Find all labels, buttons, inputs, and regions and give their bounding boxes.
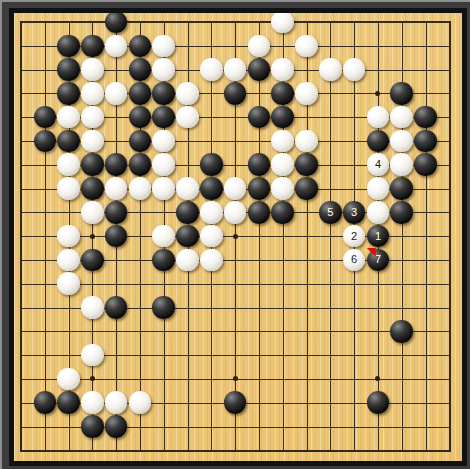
intersection-13-9[interactable] — [295, 200, 319, 224]
intersection-5-10[interactable] — [104, 224, 128, 248]
intersection-12-11[interactable] — [271, 248, 295, 272]
intersection-7-2[interactable] — [152, 34, 176, 58]
intersection-15-1[interactable] — [342, 13, 366, 34]
intersection-19-13[interactable] — [437, 296, 461, 320]
intersection-14-16[interactable] — [318, 367, 342, 391]
intersection-1-17[interactable] — [14, 391, 33, 415]
intersection-18-7[interactable] — [414, 153, 438, 177]
intersection-17-4[interactable] — [390, 82, 414, 106]
intersection-8-11[interactable] — [176, 248, 200, 272]
intersection-15-3[interactable] — [342, 58, 366, 82]
intersection-18-10[interactable] — [414, 224, 438, 248]
intersection-2-1[interactable] — [33, 13, 57, 34]
intersection-13-18[interactable] — [295, 415, 319, 439]
intersection-3-3[interactable] — [57, 58, 81, 82]
intersection-8-6[interactable] — [176, 129, 200, 153]
intersection-19-2[interactable] — [437, 34, 461, 58]
intersection-6-18[interactable] — [128, 415, 152, 439]
intersection-9-3[interactable] — [199, 58, 223, 82]
intersection-9-12[interactable] — [199, 272, 223, 296]
intersection-18-6[interactable] — [414, 129, 438, 153]
intersection-9-8[interactable] — [199, 177, 223, 201]
intersection-4-4[interactable] — [81, 82, 105, 106]
intersection-3-7[interactable] — [57, 153, 81, 177]
intersection-9-19[interactable] — [199, 438, 223, 461]
intersection-15-6[interactable] — [342, 129, 366, 153]
intersection-4-5[interactable] — [81, 105, 105, 129]
intersection-18-5[interactable] — [414, 105, 438, 129]
intersection-16-14[interactable] — [366, 319, 390, 343]
intersection-19-7[interactable] — [437, 153, 461, 177]
intersection-5-6[interactable] — [104, 129, 128, 153]
intersection-11-2[interactable] — [247, 34, 271, 58]
intersection-3-1[interactable] — [57, 13, 81, 34]
intersection-17-9[interactable] — [390, 200, 414, 224]
intersection-2-17[interactable] — [33, 391, 57, 415]
intersection-12-18[interactable] — [271, 415, 295, 439]
intersection-12-19[interactable] — [271, 438, 295, 461]
intersection-6-7[interactable] — [128, 153, 152, 177]
intersection-2-4[interactable] — [33, 82, 57, 106]
intersection-3-15[interactable] — [57, 343, 81, 367]
intersection-14-14[interactable] — [318, 319, 342, 343]
intersection-2-10[interactable] — [33, 224, 57, 248]
intersection-2-8[interactable] — [33, 177, 57, 201]
intersection-13-12[interactable] — [295, 272, 319, 296]
intersection-15-10[interactable]: 2 — [342, 224, 366, 248]
intersection-8-1[interactable] — [176, 13, 200, 34]
intersection-14-10[interactable] — [318, 224, 342, 248]
intersection-15-9[interactable]: 3 — [342, 200, 366, 224]
intersection-17-6[interactable] — [390, 129, 414, 153]
intersection-14-15[interactable] — [318, 343, 342, 367]
intersection-10-13[interactable] — [223, 296, 247, 320]
intersection-15-12[interactable] — [342, 272, 366, 296]
intersection-19-1[interactable] — [437, 13, 461, 34]
intersection-13-11[interactable] — [295, 248, 319, 272]
intersection-10-5[interactable] — [223, 105, 247, 129]
intersection-1-5[interactable] — [14, 105, 33, 129]
intersection-6-15[interactable] — [128, 343, 152, 367]
intersection-13-13[interactable] — [295, 296, 319, 320]
intersection-8-3[interactable] — [176, 58, 200, 82]
intersection-3-13[interactable] — [57, 296, 81, 320]
intersection-12-5[interactable] — [271, 105, 295, 129]
intersection-12-4[interactable] — [271, 82, 295, 106]
intersection-7-10[interactable] — [152, 224, 176, 248]
intersection-16-12[interactable] — [366, 272, 390, 296]
intersection-13-3[interactable] — [295, 58, 319, 82]
intersection-17-12[interactable] — [390, 272, 414, 296]
intersection-4-7[interactable] — [81, 153, 105, 177]
intersection-8-5[interactable] — [176, 105, 200, 129]
intersection-8-18[interactable] — [176, 415, 200, 439]
intersection-10-2[interactable] — [223, 34, 247, 58]
intersection-13-4[interactable] — [295, 82, 319, 106]
intersection-10-14[interactable] — [223, 319, 247, 343]
intersection-10-11[interactable] — [223, 248, 247, 272]
intersection-7-18[interactable] — [152, 415, 176, 439]
intersection-4-10[interactable] — [81, 224, 105, 248]
intersection-16-3[interactable] — [366, 58, 390, 82]
intersection-5-8[interactable] — [104, 177, 128, 201]
intersection-1-11[interactable] — [14, 248, 33, 272]
intersection-15-13[interactable] — [342, 296, 366, 320]
intersection-4-13[interactable] — [81, 296, 105, 320]
intersection-5-12[interactable] — [104, 272, 128, 296]
intersection-18-2[interactable] — [414, 34, 438, 58]
intersection-12-13[interactable] — [271, 296, 295, 320]
intersection-12-14[interactable] — [271, 319, 295, 343]
intersection-4-12[interactable] — [81, 272, 105, 296]
intersection-1-4[interactable] — [14, 82, 33, 106]
intersection-15-7[interactable] — [342, 153, 366, 177]
intersection-19-16[interactable] — [437, 367, 461, 391]
intersection-11-16[interactable] — [247, 367, 271, 391]
intersection-17-15[interactable] — [390, 343, 414, 367]
intersection-1-8[interactable] — [14, 177, 33, 201]
intersection-6-3[interactable] — [128, 58, 152, 82]
intersection-14-1[interactable] — [318, 13, 342, 34]
intersection-18-16[interactable] — [414, 367, 438, 391]
intersection-2-14[interactable] — [33, 319, 57, 343]
intersection-17-14[interactable] — [390, 319, 414, 343]
intersection-2-9[interactable] — [33, 200, 57, 224]
intersection-17-11[interactable] — [390, 248, 414, 272]
intersection-7-13[interactable] — [152, 296, 176, 320]
intersection-15-19[interactable] — [342, 438, 366, 461]
intersection-9-5[interactable] — [199, 105, 223, 129]
intersection-16-1[interactable] — [366, 13, 390, 34]
intersection-18-19[interactable] — [414, 438, 438, 461]
intersection-5-2[interactable] — [104, 34, 128, 58]
intersection-6-13[interactable] — [128, 296, 152, 320]
intersection-8-14[interactable] — [176, 319, 200, 343]
intersection-5-1[interactable] — [104, 13, 128, 34]
intersection-7-15[interactable] — [152, 343, 176, 367]
intersection-16-8[interactable] — [366, 177, 390, 201]
intersection-13-19[interactable] — [295, 438, 319, 461]
intersection-5-11[interactable] — [104, 248, 128, 272]
intersection-16-17[interactable] — [366, 391, 390, 415]
intersection-17-16[interactable] — [390, 367, 414, 391]
intersection-16-11[interactable]: 7 — [366, 248, 390, 272]
intersection-16-4[interactable] — [366, 82, 390, 106]
intersection-13-15[interactable] — [295, 343, 319, 367]
intersection-1-18[interactable] — [14, 415, 33, 439]
intersection-5-5[interactable] — [104, 105, 128, 129]
intersection-14-5[interactable] — [318, 105, 342, 129]
intersection-19-11[interactable] — [437, 248, 461, 272]
intersection-8-4[interactable] — [176, 82, 200, 106]
intersection-3-17[interactable] — [57, 391, 81, 415]
intersection-15-18[interactable] — [342, 415, 366, 439]
intersection-17-18[interactable] — [390, 415, 414, 439]
intersection-14-3[interactable] — [318, 58, 342, 82]
intersection-8-19[interactable] — [176, 438, 200, 461]
intersection-17-17[interactable] — [390, 391, 414, 415]
intersection-4-1[interactable] — [81, 13, 105, 34]
intersection-17-3[interactable] — [390, 58, 414, 82]
intersection-4-14[interactable] — [81, 319, 105, 343]
intersection-6-4[interactable] — [128, 82, 152, 106]
intersection-18-8[interactable] — [414, 177, 438, 201]
intersection-5-9[interactable] — [104, 200, 128, 224]
intersection-5-4[interactable] — [104, 82, 128, 106]
intersection-11-9[interactable] — [247, 200, 271, 224]
intersection-11-4[interactable] — [247, 82, 271, 106]
intersection-18-13[interactable] — [414, 296, 438, 320]
intersection-6-2[interactable] — [128, 34, 152, 58]
intersection-17-13[interactable] — [390, 296, 414, 320]
intersection-3-18[interactable] — [57, 415, 81, 439]
intersection-9-1[interactable] — [199, 13, 223, 34]
intersection-9-17[interactable] — [199, 391, 223, 415]
intersection-14-11[interactable] — [318, 248, 342, 272]
intersection-8-12[interactable] — [176, 272, 200, 296]
intersection-10-6[interactable] — [223, 129, 247, 153]
intersection-1-6[interactable] — [14, 129, 33, 153]
intersection-3-6[interactable] — [57, 129, 81, 153]
intersection-13-16[interactable] — [295, 367, 319, 391]
intersection-17-8[interactable] — [390, 177, 414, 201]
intersection-12-10[interactable] — [271, 224, 295, 248]
intersection-10-8[interactable] — [223, 177, 247, 201]
intersection-7-16[interactable] — [152, 367, 176, 391]
intersection-1-10[interactable] — [14, 224, 33, 248]
intersection-4-18[interactable] — [81, 415, 105, 439]
intersection-6-17[interactable] — [128, 391, 152, 415]
intersection-2-15[interactable] — [33, 343, 57, 367]
intersection-14-2[interactable] — [318, 34, 342, 58]
intersection-10-10[interactable] — [223, 224, 247, 248]
intersection-1-2[interactable] — [14, 34, 33, 58]
intersection-13-10[interactable] — [295, 224, 319, 248]
intersection-6-6[interactable] — [128, 129, 152, 153]
intersection-16-16[interactable] — [366, 367, 390, 391]
intersection-3-2[interactable] — [57, 34, 81, 58]
intersection-3-8[interactable] — [57, 177, 81, 201]
intersection-10-9[interactable] — [223, 200, 247, 224]
intersection-7-6[interactable] — [152, 129, 176, 153]
intersection-8-2[interactable] — [176, 34, 200, 58]
intersection-10-17[interactable] — [223, 391, 247, 415]
intersection-18-15[interactable] — [414, 343, 438, 367]
intersection-4-8[interactable] — [81, 177, 105, 201]
intersection-1-12[interactable] — [14, 272, 33, 296]
intersection-6-19[interactable] — [128, 438, 152, 461]
intersection-13-17[interactable] — [295, 391, 319, 415]
intersection-3-12[interactable] — [57, 272, 81, 296]
intersection-10-18[interactable] — [223, 415, 247, 439]
intersection-14-13[interactable] — [318, 296, 342, 320]
intersection-11-18[interactable] — [247, 415, 271, 439]
intersection-9-9[interactable] — [199, 200, 223, 224]
intersection-15-2[interactable] — [342, 34, 366, 58]
intersection-9-11[interactable] — [199, 248, 223, 272]
intersection-9-2[interactable] — [199, 34, 223, 58]
intersection-9-18[interactable] — [199, 415, 223, 439]
intersection-7-7[interactable] — [152, 153, 176, 177]
intersection-19-3[interactable] — [437, 58, 461, 82]
intersection-1-13[interactable] — [14, 296, 33, 320]
intersection-12-2[interactable] — [271, 34, 295, 58]
intersection-2-13[interactable] — [33, 296, 57, 320]
intersection-15-11[interactable]: 6 — [342, 248, 366, 272]
intersection-6-11[interactable] — [128, 248, 152, 272]
intersection-17-7[interactable] — [390, 153, 414, 177]
intersection-7-12[interactable] — [152, 272, 176, 296]
intersection-5-15[interactable] — [104, 343, 128, 367]
intersection-12-17[interactable] — [271, 391, 295, 415]
intersection-17-10[interactable] — [390, 224, 414, 248]
intersection-14-4[interactable] — [318, 82, 342, 106]
intersection-12-12[interactable] — [271, 272, 295, 296]
intersection-13-1[interactable] — [295, 13, 319, 34]
intersection-19-17[interactable] — [437, 391, 461, 415]
intersection-9-15[interactable] — [199, 343, 223, 367]
intersection-14-17[interactable] — [318, 391, 342, 415]
intersection-15-8[interactable] — [342, 177, 366, 201]
intersection-17-19[interactable] — [390, 438, 414, 461]
intersection-11-15[interactable] — [247, 343, 271, 367]
intersection-11-10[interactable] — [247, 224, 271, 248]
intersection-19-8[interactable] — [437, 177, 461, 201]
intersection-1-14[interactable] — [14, 319, 33, 343]
intersection-14-18[interactable] — [318, 415, 342, 439]
intersection-2-2[interactable] — [33, 34, 57, 58]
intersection-12-15[interactable] — [271, 343, 295, 367]
intersection-7-17[interactable] — [152, 391, 176, 415]
intersection-9-7[interactable] — [199, 153, 223, 177]
intersection-5-16[interactable] — [104, 367, 128, 391]
intersection-11-1[interactable] — [247, 13, 271, 34]
intersection-11-19[interactable] — [247, 438, 271, 461]
intersection-18-11[interactable] — [414, 248, 438, 272]
intersection-5-18[interactable] — [104, 415, 128, 439]
intersection-11-6[interactable] — [247, 129, 271, 153]
intersection-18-18[interactable] — [414, 415, 438, 439]
intersection-2-16[interactable] — [33, 367, 57, 391]
intersection-13-2[interactable] — [295, 34, 319, 58]
intersection-15-16[interactable] — [342, 367, 366, 391]
intersection-16-10[interactable]: 1 — [366, 224, 390, 248]
intersection-18-14[interactable] — [414, 319, 438, 343]
intersection-3-10[interactable] — [57, 224, 81, 248]
intersection-10-3[interactable] — [223, 58, 247, 82]
intersection-12-8[interactable] — [271, 177, 295, 201]
intersection-6-14[interactable] — [128, 319, 152, 343]
intersection-1-7[interactable] — [14, 153, 33, 177]
intersection-4-6[interactable] — [81, 129, 105, 153]
intersection-3-5[interactable] — [57, 105, 81, 129]
intersection-16-19[interactable] — [366, 438, 390, 461]
intersection-14-12[interactable] — [318, 272, 342, 296]
intersection-9-4[interactable] — [199, 82, 223, 106]
intersection-6-12[interactable] — [128, 272, 152, 296]
intersection-7-14[interactable] — [152, 319, 176, 343]
intersection-12-9[interactable] — [271, 200, 295, 224]
intersection-2-3[interactable] — [33, 58, 57, 82]
intersection-15-17[interactable] — [342, 391, 366, 415]
intersection-9-16[interactable] — [199, 367, 223, 391]
intersection-12-16[interactable] — [271, 367, 295, 391]
intersection-5-7[interactable] — [104, 153, 128, 177]
intersection-8-15[interactable] — [176, 343, 200, 367]
intersection-9-10[interactable] — [199, 224, 223, 248]
intersection-6-8[interactable] — [128, 177, 152, 201]
intersection-16-15[interactable] — [366, 343, 390, 367]
intersection-2-19[interactable] — [33, 438, 57, 461]
intersection-16-9[interactable] — [366, 200, 390, 224]
intersection-1-16[interactable] — [14, 367, 33, 391]
intersection-7-8[interactable] — [152, 177, 176, 201]
intersection-8-8[interactable] — [176, 177, 200, 201]
intersection-18-12[interactable] — [414, 272, 438, 296]
intersection-11-14[interactable] — [247, 319, 271, 343]
intersection-14-19[interactable] — [318, 438, 342, 461]
intersection-2-6[interactable] — [33, 129, 57, 153]
intersection-8-10[interactable] — [176, 224, 200, 248]
intersection-5-19[interactable] — [104, 438, 128, 461]
intersection-11-7[interactable] — [247, 153, 271, 177]
intersection-5-14[interactable] — [104, 319, 128, 343]
intersection-12-3[interactable] — [271, 58, 295, 82]
intersection-11-17[interactable] — [247, 391, 271, 415]
intersection-18-3[interactable] — [414, 58, 438, 82]
intersection-19-4[interactable] — [437, 82, 461, 106]
intersection-10-4[interactable] — [223, 82, 247, 106]
intersection-6-16[interactable] — [128, 367, 152, 391]
intersection-11-3[interactable] — [247, 58, 271, 82]
intersection-15-14[interactable] — [342, 319, 366, 343]
intersection-4-2[interactable] — [81, 34, 105, 58]
intersection-3-11[interactable] — [57, 248, 81, 272]
intersection-17-5[interactable] — [390, 105, 414, 129]
intersection-7-9[interactable] — [152, 200, 176, 224]
intersection-14-9[interactable]: 5 — [318, 200, 342, 224]
intersection-18-9[interactable] — [414, 200, 438, 224]
intersection-1-9[interactable] — [14, 200, 33, 224]
intersection-13-7[interactable] — [295, 153, 319, 177]
intersection-19-12[interactable] — [437, 272, 461, 296]
intersection-19-5[interactable] — [437, 105, 461, 129]
intersection-4-15[interactable] — [81, 343, 105, 367]
intersection-2-7[interactable] — [33, 153, 57, 177]
intersection-8-16[interactable] — [176, 367, 200, 391]
intersection-2-5[interactable] — [33, 105, 57, 129]
intersection-16-2[interactable] — [366, 34, 390, 58]
intersection-8-7[interactable] — [176, 153, 200, 177]
intersection-12-6[interactable] — [271, 129, 295, 153]
intersection-3-9[interactable] — [57, 200, 81, 224]
intersection-3-14[interactable] — [57, 319, 81, 343]
intersection-13-14[interactable] — [295, 319, 319, 343]
intersection-7-11[interactable] — [152, 248, 176, 272]
intersection-16-6[interactable] — [366, 129, 390, 153]
intersection-19-14[interactable] — [437, 319, 461, 343]
intersection-7-3[interactable] — [152, 58, 176, 82]
intersection-13-6[interactable] — [295, 129, 319, 153]
intersection-16-13[interactable] — [366, 296, 390, 320]
intersection-11-5[interactable] — [247, 105, 271, 129]
intersection-1-15[interactable] — [14, 343, 33, 367]
intersection-10-15[interactable] — [223, 343, 247, 367]
intersection-6-5[interactable] — [128, 105, 152, 129]
intersection-1-3[interactable] — [14, 58, 33, 82]
intersection-5-3[interactable] — [104, 58, 128, 82]
intersection-8-13[interactable] — [176, 296, 200, 320]
